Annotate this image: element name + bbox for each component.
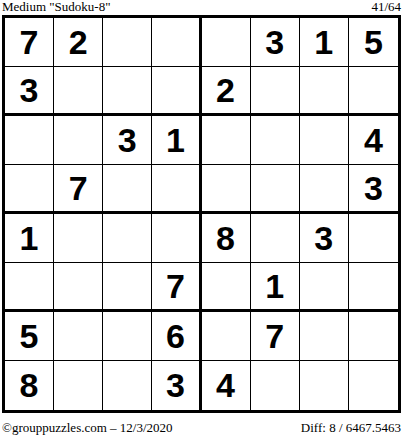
cell-r1c8-given: 5 xyxy=(349,18,398,67)
cell-r5c4-empty[interactable] xyxy=(152,214,201,263)
cell-r7c3-empty[interactable] xyxy=(103,312,152,361)
cell-r4c5-empty[interactable] xyxy=(202,165,251,214)
cell-r2c7-empty[interactable] xyxy=(300,67,349,116)
cell-r1c1-given: 7 xyxy=(5,18,54,67)
cell-r3c7-empty[interactable] xyxy=(300,116,349,165)
cell-r7c7-empty[interactable] xyxy=(300,312,349,361)
cell-r1c2-given: 2 xyxy=(54,18,103,67)
cell-r8c2-empty[interactable] xyxy=(54,361,103,410)
cell-r8c7-empty[interactable] xyxy=(300,361,349,410)
cell-r2c6-empty[interactable] xyxy=(251,67,300,116)
cell-r8c4-given: 3 xyxy=(152,361,201,410)
cell-r6c4-given: 7 xyxy=(152,263,201,312)
cell-r3c1-empty[interactable] xyxy=(5,116,54,165)
cell-r1c5-empty[interactable] xyxy=(202,18,251,67)
cell-r2c1-given: 3 xyxy=(5,67,54,116)
cell-r7c6-given: 7 xyxy=(251,312,300,361)
cell-r2c5-given: 2 xyxy=(202,67,251,116)
puzzle-title: Medium "Sudoku-8" xyxy=(2,0,110,14)
cell-r3c4-given: 1 xyxy=(152,116,201,165)
cell-r4c8-given: 3 xyxy=(349,165,398,214)
cell-r4c2-given: 7 xyxy=(54,165,103,214)
cell-r8c1-given: 8 xyxy=(5,361,54,410)
cell-r4c1-empty[interactable] xyxy=(5,165,54,214)
cell-r2c4-empty[interactable] xyxy=(152,67,201,116)
page-footer: ©grouppuzzles.com – 12/3/2020 Diff: 8 / … xyxy=(2,420,401,435)
cell-r6c5-empty[interactable] xyxy=(202,263,251,312)
page-header: Medium "Sudoku-8" 41/64 xyxy=(2,0,401,14)
cell-r4c3-empty[interactable] xyxy=(103,165,152,214)
cell-r3c2-empty[interactable] xyxy=(54,116,103,165)
cell-r4c7-empty[interactable] xyxy=(300,165,349,214)
cell-r2c2-empty[interactable] xyxy=(54,67,103,116)
cell-r5c6-empty[interactable] xyxy=(251,214,300,263)
cell-r8c5-given: 4 xyxy=(202,361,251,410)
cell-r3c3-given: 3 xyxy=(103,116,152,165)
cell-r5c1-given: 1 xyxy=(5,214,54,263)
page-number: 41/64 xyxy=(371,0,401,14)
cell-r6c3-empty[interactable] xyxy=(103,263,152,312)
cell-r7c1-given: 5 xyxy=(5,312,54,361)
cell-r6c7-empty[interactable] xyxy=(300,263,349,312)
cell-r8c6-empty[interactable] xyxy=(251,361,300,410)
cell-r8c3-empty[interactable] xyxy=(103,361,152,410)
cell-r7c2-empty[interactable] xyxy=(54,312,103,361)
cell-r6c6-given: 1 xyxy=(251,263,300,312)
cell-r2c3-empty[interactable] xyxy=(103,67,152,116)
difficulty-text: Diff: 8 / 6467.5463 xyxy=(301,420,401,435)
cell-r1c3-empty[interactable] xyxy=(103,18,152,67)
cell-r3c8-given: 4 xyxy=(349,116,398,165)
cell-r3c6-empty[interactable] xyxy=(251,116,300,165)
cell-r1c6-given: 3 xyxy=(251,18,300,67)
cell-r5c5-given: 8 xyxy=(202,214,251,263)
cell-r6c8-empty[interactable] xyxy=(349,263,398,312)
cell-r1c4-empty[interactable] xyxy=(152,18,201,67)
sudoku-grid: 72315323147318371567834 xyxy=(2,15,401,413)
cell-r7c8-empty[interactable] xyxy=(349,312,398,361)
cell-r5c8-empty[interactable] xyxy=(349,214,398,263)
cell-r5c7-given: 3 xyxy=(300,214,349,263)
cell-r3c5-empty[interactable] xyxy=(202,116,251,165)
cell-r4c4-empty[interactable] xyxy=(152,165,201,214)
cell-r6c1-empty[interactable] xyxy=(5,263,54,312)
cell-r5c2-empty[interactable] xyxy=(54,214,103,263)
cell-r5c3-empty[interactable] xyxy=(103,214,152,263)
cell-r2c8-empty[interactable] xyxy=(349,67,398,116)
cell-r7c4-given: 6 xyxy=(152,312,201,361)
cell-r6c2-empty[interactable] xyxy=(54,263,103,312)
cell-r4c6-empty[interactable] xyxy=(251,165,300,214)
copyright-text: ©grouppuzzles.com – 12/3/2020 xyxy=(2,420,173,435)
cell-r7c5-empty[interactable] xyxy=(202,312,251,361)
cell-r8c8-empty[interactable] xyxy=(349,361,398,410)
cell-r1c7-given: 1 xyxy=(300,18,349,67)
